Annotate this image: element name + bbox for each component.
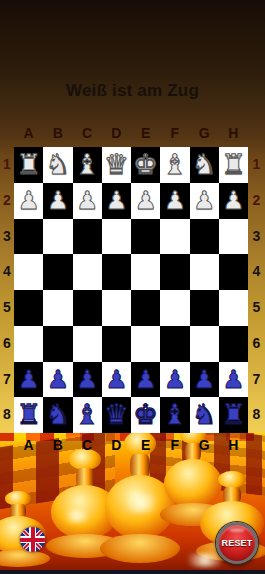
square-g8[interactable]: ♞ xyxy=(190,397,219,433)
square-e3[interactable] xyxy=(131,219,160,255)
square-a6[interactable] xyxy=(14,326,43,362)
square-f7[interactable]: ♟ xyxy=(160,362,189,398)
square-g3[interactable] xyxy=(190,219,219,255)
square-c8[interactable]: ♝ xyxy=(73,397,102,433)
square-e8[interactable]: ♚ xyxy=(131,397,160,433)
blue-bishop: ♝ xyxy=(162,401,187,429)
square-f8[interactable]: ♝ xyxy=(160,397,189,433)
square-e1[interactable]: ♚ xyxy=(131,147,160,183)
square-g2[interactable]: ♟ xyxy=(190,183,219,219)
chess-board: ♜♞♝♛♚♝♞♜♟♟♟♟♟♟♟♟♟♟♟♟♟♟♟♟♜♞♝♛♚♝♞♜ xyxy=(14,147,248,433)
blue-king: ♚ xyxy=(133,401,158,429)
blue-knight: ♞ xyxy=(45,401,70,429)
square-h3[interactable] xyxy=(219,219,248,255)
square-b2[interactable]: ♟ xyxy=(43,183,72,219)
square-h1[interactable]: ♜ xyxy=(219,147,248,183)
square-h5[interactable] xyxy=(219,290,248,326)
file-label-f: F xyxy=(160,437,189,453)
rank-labels-right: 12345678 xyxy=(248,147,265,433)
white-pawn: ♟ xyxy=(164,188,186,213)
rank-label-7: 7 xyxy=(248,362,265,398)
rank-label-7: 7 xyxy=(0,362,14,398)
square-c6[interactable] xyxy=(73,326,102,362)
rank-label-4: 4 xyxy=(248,254,265,290)
rank-label-2: 2 xyxy=(248,183,265,219)
file-label-a: A xyxy=(14,437,43,453)
square-a2[interactable]: ♟ xyxy=(14,183,43,219)
rank-label-6: 6 xyxy=(0,326,14,362)
square-c2[interactable]: ♟ xyxy=(73,183,102,219)
square-d1[interactable]: ♛ xyxy=(102,147,131,183)
file-label-f: F xyxy=(160,125,189,141)
rank-label-1: 1 xyxy=(248,147,265,183)
language-flag-button[interactable] xyxy=(20,527,45,552)
file-label-c: C xyxy=(73,125,102,141)
white-bishop: ♝ xyxy=(75,151,100,179)
square-g4[interactable] xyxy=(190,254,219,290)
white-rook: ♜ xyxy=(221,151,246,179)
square-h8[interactable]: ♜ xyxy=(219,397,248,433)
blue-queen: ♛ xyxy=(104,401,129,429)
square-f6[interactable] xyxy=(160,326,189,362)
white-pawn: ♟ xyxy=(134,188,156,213)
blue-bishop: ♝ xyxy=(75,401,100,429)
rank-label-3: 3 xyxy=(0,219,14,255)
square-b4[interactable] xyxy=(43,254,72,290)
white-pawn: ♟ xyxy=(193,188,215,213)
square-e2[interactable]: ♟ xyxy=(131,183,160,219)
file-label-g: G xyxy=(190,437,219,453)
rank-label-5: 5 xyxy=(0,290,14,326)
white-rook: ♜ xyxy=(16,151,41,179)
square-h6[interactable] xyxy=(219,326,248,362)
square-f3[interactable] xyxy=(160,219,189,255)
file-label-g: G xyxy=(190,125,219,141)
white-knight: ♞ xyxy=(192,151,217,179)
file-label-d: D xyxy=(102,437,131,453)
blue-pawn: ♟ xyxy=(222,367,244,392)
square-c4[interactable] xyxy=(73,254,102,290)
square-h4[interactable] xyxy=(219,254,248,290)
rank-label-2: 2 xyxy=(0,183,14,219)
square-d8[interactable]: ♛ xyxy=(102,397,131,433)
decor-highlight xyxy=(118,493,164,513)
blue-pawn: ♟ xyxy=(17,367,39,392)
white-knight: ♞ xyxy=(45,151,70,179)
reset-button-label: RESET xyxy=(221,538,252,548)
square-c1[interactable]: ♝ xyxy=(73,147,102,183)
square-g7[interactable]: ♟ xyxy=(190,362,219,398)
file-label-h: H xyxy=(219,125,248,141)
white-pawn: ♟ xyxy=(222,188,244,213)
white-bishop: ♝ xyxy=(162,151,187,179)
rank-labels-left: 12345678 xyxy=(0,147,14,433)
blue-pawn: ♟ xyxy=(76,367,98,392)
square-c5[interactable] xyxy=(73,290,102,326)
rank-label-8: 8 xyxy=(248,397,265,433)
square-f4[interactable] xyxy=(160,254,189,290)
square-a8[interactable]: ♜ xyxy=(14,397,43,433)
reset-button[interactable]: RESET xyxy=(216,522,258,564)
white-pawn: ♟ xyxy=(105,188,127,213)
turn-status-text: Weiß ist am Zug xyxy=(0,81,265,101)
blue-pawn: ♟ xyxy=(193,367,215,392)
square-b5[interactable] xyxy=(43,290,72,326)
rank-label-3: 3 xyxy=(248,219,265,255)
square-e5[interactable] xyxy=(131,290,160,326)
white-pawn: ♟ xyxy=(76,188,98,213)
blue-knight: ♞ xyxy=(192,401,217,429)
square-b3[interactable] xyxy=(43,219,72,255)
square-e6[interactable] xyxy=(131,326,160,362)
file-label-h: H xyxy=(219,437,248,453)
rank-label-5: 5 xyxy=(248,290,265,326)
square-b6[interactable] xyxy=(43,326,72,362)
white-queen: ♛ xyxy=(104,151,129,179)
file-label-e: E xyxy=(131,437,160,453)
square-a5[interactable] xyxy=(14,290,43,326)
square-f5[interactable] xyxy=(160,290,189,326)
square-f2[interactable]: ♟ xyxy=(160,183,189,219)
square-d5[interactable] xyxy=(102,290,131,326)
rank-label-6: 6 xyxy=(248,326,265,362)
square-a4[interactable] xyxy=(14,254,43,290)
rank-label-8: 8 xyxy=(0,397,14,433)
square-b7[interactable]: ♟ xyxy=(43,362,72,398)
blue-pawn: ♟ xyxy=(47,367,69,392)
square-c3[interactable] xyxy=(73,219,102,255)
white-pawn: ♟ xyxy=(17,188,39,213)
square-a7[interactable]: ♟ xyxy=(14,362,43,398)
blue-pawn: ♟ xyxy=(105,367,127,392)
square-a1[interactable]: ♜ xyxy=(14,147,43,183)
square-h2[interactable]: ♟ xyxy=(219,183,248,219)
square-e7[interactable]: ♟ xyxy=(131,362,160,398)
square-g5[interactable] xyxy=(190,290,219,326)
white-pawn: ♟ xyxy=(47,188,69,213)
square-c7[interactable]: ♟ xyxy=(73,362,102,398)
square-d3[interactable] xyxy=(102,219,131,255)
square-b1[interactable]: ♞ xyxy=(43,147,72,183)
blue-pawn: ♟ xyxy=(164,367,186,392)
square-d7[interactable]: ♟ xyxy=(102,362,131,398)
file-label-b: B xyxy=(43,125,72,141)
file-labels-bottom: ABCDEFGH xyxy=(14,437,248,453)
file-labels-top: ABCDEFGH xyxy=(14,125,248,141)
blue-pawn: ♟ xyxy=(134,367,156,392)
blue-rook: ♜ xyxy=(16,401,41,429)
square-g6[interactable] xyxy=(190,326,219,362)
file-label-a: A xyxy=(14,125,43,141)
rank-label-1: 1 xyxy=(0,147,14,183)
square-g1[interactable]: ♞ xyxy=(190,147,219,183)
file-label-b: B xyxy=(43,437,72,453)
file-label-d: D xyxy=(102,125,131,141)
decor-floor-bar xyxy=(0,570,265,574)
rank-label-4: 4 xyxy=(0,254,14,290)
square-d6[interactable] xyxy=(102,326,131,362)
square-a3[interactable] xyxy=(14,219,43,255)
blue-rook: ♜ xyxy=(221,401,246,429)
file-label-e: E xyxy=(131,125,160,141)
app-screen: Weiß ist am Zug ABCDEFGH 12345678 123456… xyxy=(0,0,265,574)
square-e4[interactable] xyxy=(131,254,160,290)
square-d4[interactable] xyxy=(102,254,131,290)
white-king: ♚ xyxy=(133,151,158,179)
square-f1[interactable]: ♝ xyxy=(160,147,189,183)
decor-highlight xyxy=(60,509,94,523)
square-b8[interactable]: ♞ xyxy=(43,397,72,433)
square-d2[interactable]: ♟ xyxy=(102,183,131,219)
file-label-c: C xyxy=(73,437,102,453)
square-h7[interactable]: ♟ xyxy=(219,362,248,398)
